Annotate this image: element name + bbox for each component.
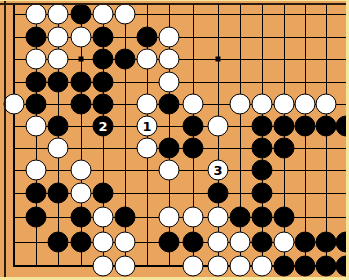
stone-black — [159, 94, 180, 115]
stone-black — [26, 94, 47, 115]
stone-black — [26, 72, 47, 93]
stone-white — [252, 256, 273, 277]
stone-black — [274, 256, 295, 277]
go-board: 213 — [0, 0, 349, 280]
stone-white — [26, 116, 47, 137]
stone-black — [252, 207, 273, 228]
stone-black — [48, 116, 69, 137]
stone-black — [71, 72, 92, 93]
stone-white — [115, 4, 136, 25]
frame-border-topmost — [0, 0, 349, 1]
stone-white — [137, 138, 158, 159]
stone-black — [316, 256, 337, 277]
stone-black — [71, 207, 92, 228]
go-diagram: 213 — [0, 0, 349, 280]
stone-white — [93, 207, 114, 228]
frame-border-left — [4, 0, 6, 280]
stone-black — [48, 72, 69, 93]
stone-white — [230, 94, 251, 115]
frame-border-top — [0, 3, 349, 5]
stone-white — [71, 160, 92, 181]
stone-black — [71, 232, 92, 253]
stone-black — [48, 232, 69, 253]
stone-black — [230, 207, 251, 228]
stone-white — [208, 232, 229, 253]
stone-black — [93, 72, 114, 93]
grid-line-vertical — [13, 4, 15, 267]
stone-white — [230, 232, 251, 253]
stone-white — [183, 207, 204, 228]
stone-black — [26, 207, 47, 228]
stone-white — [71, 183, 92, 204]
stone-white — [48, 138, 69, 159]
stone-black — [316, 116, 337, 137]
stone-white — [208, 256, 229, 277]
grid-line-vertical — [125, 4, 126, 267]
stone-black — [295, 232, 316, 253]
stone-black — [208, 183, 229, 204]
stone-black — [274, 116, 295, 137]
stone-black — [93, 94, 114, 115]
stone-black — [183, 116, 204, 137]
star-point — [79, 57, 84, 62]
stone-black — [295, 116, 316, 137]
stone-black — [159, 232, 180, 253]
stone-white — [71, 27, 92, 48]
stone-black-move-2: 2 — [93, 116, 114, 137]
stone-white — [230, 256, 251, 277]
grid-line-horizontal — [13, 170, 346, 171]
stone-white — [159, 72, 180, 93]
stone-white — [137, 94, 158, 115]
stone-black — [93, 49, 114, 70]
stone-white — [295, 94, 316, 115]
stone-white — [93, 232, 114, 253]
stone-black — [274, 138, 295, 159]
stone-black — [252, 138, 273, 159]
stone-black — [295, 256, 316, 277]
stone-black — [115, 49, 136, 70]
stone-white — [93, 4, 114, 25]
stone-white — [26, 4, 47, 25]
stone-white — [93, 256, 114, 277]
stone-black — [252, 232, 273, 253]
stone-white — [208, 207, 229, 228]
stone-black — [26, 27, 47, 48]
stone-white — [137, 49, 158, 70]
stone-black — [48, 183, 69, 204]
stone-white — [159, 207, 180, 228]
stone-white — [183, 256, 204, 277]
stone-white — [48, 27, 69, 48]
stone-white — [4, 94, 25, 115]
stone-black — [159, 138, 180, 159]
stone-white — [115, 232, 136, 253]
stone-black — [183, 232, 204, 253]
stone-black — [137, 27, 158, 48]
grid-line-vertical — [240, 4, 241, 267]
stone-white — [48, 49, 69, 70]
stone-black — [252, 116, 273, 137]
stone-black — [71, 94, 92, 115]
stone-black — [71, 4, 92, 25]
stone-white — [252, 94, 273, 115]
stone-white — [48, 4, 69, 25]
grid-line-horizontal — [13, 217, 346, 218]
stone-white — [26, 160, 47, 181]
stone-white — [274, 94, 295, 115]
stone-white — [208, 116, 229, 137]
stone-white — [115, 256, 136, 277]
stone-white — [159, 27, 180, 48]
stone-black — [93, 27, 114, 48]
stone-black — [93, 183, 114, 204]
stone-white — [26, 49, 47, 70]
stone-white — [316, 94, 337, 115]
stone-black — [274, 207, 295, 228]
stone-black — [26, 183, 47, 204]
star-point — [216, 57, 221, 62]
stone-white — [183, 94, 204, 115]
stone-white — [159, 49, 180, 70]
stone-black — [115, 207, 136, 228]
stone-white — [159, 160, 180, 181]
stone-white-move-3: 3 — [208, 160, 229, 181]
stone-black — [252, 160, 273, 181]
stone-white-move-1: 1 — [137, 116, 158, 137]
stone-black — [252, 183, 273, 204]
stone-black — [183, 138, 204, 159]
stone-black — [316, 232, 337, 253]
stone-white — [274, 232, 295, 253]
